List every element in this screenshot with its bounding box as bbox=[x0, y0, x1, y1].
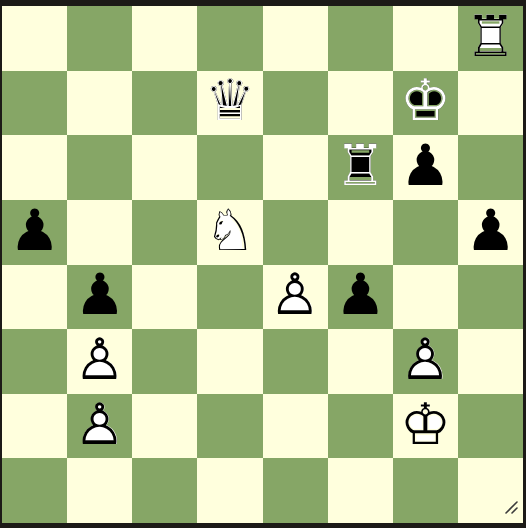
square-f5[interactable] bbox=[328, 200, 393, 265]
square-b3[interactable]: ♟♙ bbox=[67, 329, 132, 394]
black-pawn[interactable]: ♟ bbox=[328, 265, 393, 330]
square-a2[interactable] bbox=[2, 394, 67, 459]
square-h3[interactable] bbox=[458, 329, 523, 394]
board-resize-handle-icon[interactable] bbox=[503, 499, 519, 515]
black-queen-detail: ♕ bbox=[204, 72, 255, 129]
black-pawn-glyph: ♟ bbox=[74, 266, 125, 323]
black-pawn-glyph: ♟ bbox=[465, 202, 516, 259]
square-g5[interactable] bbox=[393, 200, 458, 265]
square-h8[interactable]: ♜♖ bbox=[458, 6, 523, 71]
white-rook[interactable]: ♜♖ bbox=[458, 6, 523, 71]
square-a6[interactable] bbox=[2, 135, 67, 200]
square-g1[interactable] bbox=[393, 458, 458, 523]
square-g7[interactable]: ♚♔ bbox=[393, 71, 458, 136]
white-pawn-outline: ♙ bbox=[270, 266, 321, 323]
square-d6[interactable] bbox=[197, 135, 262, 200]
black-king-detail: ♔ bbox=[400, 72, 451, 129]
white-pawn-outline: ♙ bbox=[74, 331, 125, 388]
square-d5[interactable]: ♞♘ bbox=[197, 200, 262, 265]
square-e1[interactable] bbox=[263, 458, 328, 523]
white-pawn[interactable]: ♟♙ bbox=[67, 394, 132, 459]
black-pawn-glyph: ♟ bbox=[9, 202, 60, 259]
white-pawn[interactable]: ♟♙ bbox=[263, 265, 328, 330]
black-pawn[interactable]: ♟ bbox=[67, 265, 132, 330]
black-pawn[interactable]: ♟ bbox=[393, 135, 458, 200]
square-a7[interactable] bbox=[2, 71, 67, 136]
white-pawn[interactable]: ♟♙ bbox=[393, 329, 458, 394]
square-h7[interactable] bbox=[458, 71, 523, 136]
square-f1[interactable] bbox=[328, 458, 393, 523]
square-a3[interactable] bbox=[2, 329, 67, 394]
white-pawn-outline: ♙ bbox=[400, 331, 451, 388]
page-background: { "game": "chess", "position": { "fen": … bbox=[0, 0, 526, 528]
square-f6[interactable]: ♜♖ bbox=[328, 135, 393, 200]
square-b7[interactable] bbox=[67, 71, 132, 136]
square-d7[interactable]: ♛♕ bbox=[197, 71, 262, 136]
square-d4[interactable] bbox=[197, 265, 262, 330]
square-f2[interactable] bbox=[328, 394, 393, 459]
black-queen[interactable]: ♛♕ bbox=[197, 71, 262, 136]
square-b2[interactable]: ♟♙ bbox=[67, 394, 132, 459]
square-c5[interactable] bbox=[132, 200, 197, 265]
square-e6[interactable] bbox=[263, 135, 328, 200]
square-e2[interactable] bbox=[263, 394, 328, 459]
black-rook[interactable]: ♜♖ bbox=[328, 135, 393, 200]
square-h5[interactable]: ♟ bbox=[458, 200, 523, 265]
square-a1[interactable] bbox=[2, 458, 67, 523]
square-f3[interactable] bbox=[328, 329, 393, 394]
square-a8[interactable] bbox=[2, 6, 67, 71]
white-king[interactable]: ♚♔ bbox=[393, 394, 458, 459]
square-b1[interactable] bbox=[67, 458, 132, 523]
square-e3[interactable] bbox=[263, 329, 328, 394]
square-h2[interactable] bbox=[458, 394, 523, 459]
white-knight[interactable]: ♞♘ bbox=[197, 200, 262, 265]
square-d1[interactable] bbox=[197, 458, 262, 523]
white-pawn[interactable]: ♟♙ bbox=[67, 329, 132, 394]
square-g3[interactable]: ♟♙ bbox=[393, 329, 458, 394]
square-f7[interactable] bbox=[328, 71, 393, 136]
square-h6[interactable] bbox=[458, 135, 523, 200]
square-d2[interactable] bbox=[197, 394, 262, 459]
black-pawn[interactable]: ♟ bbox=[2, 200, 67, 265]
white-king-outline: ♔ bbox=[400, 396, 451, 453]
square-b6[interactable] bbox=[67, 135, 132, 200]
black-pawn-glyph: ♟ bbox=[400, 137, 451, 194]
square-g2[interactable]: ♚♔ bbox=[393, 394, 458, 459]
square-c3[interactable] bbox=[132, 329, 197, 394]
square-c1[interactable] bbox=[132, 458, 197, 523]
white-pawn-outline: ♙ bbox=[74, 396, 125, 453]
square-b8[interactable] bbox=[67, 6, 132, 71]
square-e4[interactable]: ♟♙ bbox=[263, 265, 328, 330]
square-e5[interactable] bbox=[263, 200, 328, 265]
square-a4[interactable] bbox=[2, 265, 67, 330]
black-king[interactable]: ♚♔ bbox=[393, 71, 458, 136]
square-f4[interactable]: ♟ bbox=[328, 265, 393, 330]
square-e7[interactable] bbox=[263, 71, 328, 136]
black-pawn-glyph: ♟ bbox=[335, 266, 386, 323]
square-g8[interactable] bbox=[393, 6, 458, 71]
square-c8[interactable] bbox=[132, 6, 197, 71]
square-b4[interactable]: ♟ bbox=[67, 265, 132, 330]
square-g4[interactable] bbox=[393, 265, 458, 330]
square-e8[interactable] bbox=[263, 6, 328, 71]
chess-board: ♜♖♛♕♚♔♜♖♟♟♞♘♟♟♟♙♟♟♙♟♙♟♙♚♔ bbox=[2, 6, 523, 523]
square-d8[interactable] bbox=[197, 6, 262, 71]
black-rook-detail: ♖ bbox=[335, 137, 386, 194]
white-rook-outline: ♖ bbox=[465, 8, 516, 65]
white-knight-outline: ♘ bbox=[204, 202, 255, 259]
square-c4[interactable] bbox=[132, 265, 197, 330]
square-b5[interactable] bbox=[67, 200, 132, 265]
square-f8[interactable] bbox=[328, 6, 393, 71]
square-h4[interactable] bbox=[458, 265, 523, 330]
square-g6[interactable]: ♟ bbox=[393, 135, 458, 200]
square-a5[interactable]: ♟ bbox=[2, 200, 67, 265]
square-d3[interactable] bbox=[197, 329, 262, 394]
square-c2[interactable] bbox=[132, 394, 197, 459]
black-pawn[interactable]: ♟ bbox=[458, 200, 523, 265]
square-c6[interactable] bbox=[132, 135, 197, 200]
square-c7[interactable] bbox=[132, 71, 197, 136]
